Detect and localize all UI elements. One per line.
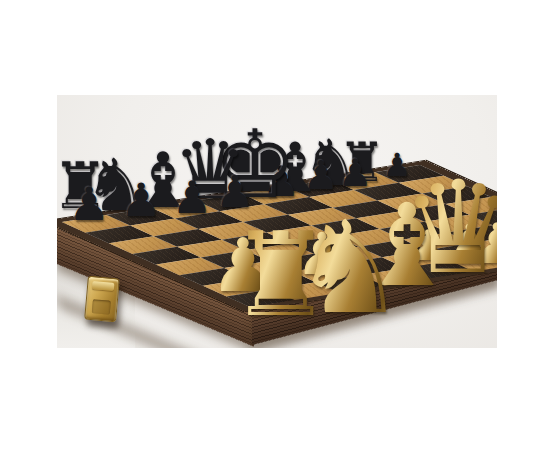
piece-black-P-e7: ♟ [262,161,300,203]
piece-gold-N-b1: ♞ [292,204,407,332]
chess-set-product-photo: ♜♟♞♟♝♟♛♟♚♟♝♟♞♟♜♟♟♜♟♞♟♝♛♟♟ [57,95,497,348]
piece-black-P-b7: ♟ [120,177,161,223]
piece-gold-P-d2: ♟ [448,218,489,264]
piece-gold-P-a2: ♟ [210,228,276,302]
piece-black-B-f8: ♝ [265,134,326,202]
piece-black-N-g8: ♞ [302,131,359,195]
piece-gold-P-e2: ♟ [472,216,497,272]
piece-gold-Q-d1: ♛ [401,164,497,292]
piece-black-N-b8: ♞ [84,149,149,221]
piece-gold-P-c2: ♟ [409,225,447,267]
piece-black-P-d7: ♟ [215,170,254,214]
piece-black-P-h7: ♟ [383,149,412,181]
piece-gold-P-b2: ♟ [296,225,348,283]
piece-black-R-a8: ♜ [57,154,109,218]
piece-black-K-e8: ♚ [213,118,297,212]
piece-black-B-c8: ♝ [129,143,197,219]
page: ♜♟♞♟♝♟♛♟♚♟♝♟♞♟♜♟♟♜♟♞♟♝♛♟♟ [0,0,550,450]
piece-black-P-f7: ♟ [303,155,339,195]
pieces-layer: ♜♟♞♟♝♟♛♟♚♟♝♟♞♟♜♟♟♜♟♞♟♝♛♟♟ [57,95,497,348]
piece-black-Q-d8: ♛ [173,129,247,211]
piece-black-P-a7: ♟ [68,181,109,227]
piece-black-P-c7: ♟ [172,175,212,220]
piece-gold-B-c1: ♝ [356,189,458,303]
piece-black-R-h8: ♜ [338,136,386,190]
piece-gold-R-a1: ♜ [229,217,333,333]
piece-black-P-g7: ♟ [338,154,372,192]
